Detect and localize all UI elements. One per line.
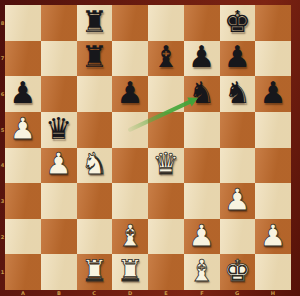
- rank-label-5: 5: [0, 127, 4, 133]
- square-f8[interactable]: [184, 5, 220, 41]
- square-e2[interactable]: [148, 219, 184, 255]
- square-b6[interactable]: [41, 76, 77, 112]
- square-b5[interactable]: ♛: [41, 112, 77, 148]
- rank-label-6: 6: [0, 91, 4, 97]
- file-label-g: G: [235, 290, 239, 295]
- square-d8[interactable]: [112, 5, 148, 41]
- black-rook-c7[interactable]: ♜: [81, 42, 108, 72]
- square-f2[interactable]: ♟: [184, 219, 220, 255]
- rank-label-2: 2: [0, 234, 4, 240]
- file-label-c: C: [93, 290, 97, 295]
- square-d6[interactable]: ♟: [112, 76, 148, 112]
- square-e7[interactable]: ♝: [148, 41, 184, 77]
- square-f4[interactable]: [184, 148, 220, 184]
- black-king-g8[interactable]: ♚: [224, 7, 251, 37]
- file-labels: ABCDEFGH: [5, 290, 291, 296]
- square-e6[interactable]: [148, 76, 184, 112]
- white-rook-c1[interactable]: ♜: [81, 256, 108, 286]
- square-c5[interactable]: [77, 112, 113, 148]
- square-c4[interactable]: ♞: [77, 148, 113, 184]
- square-d2[interactable]: ♝: [112, 219, 148, 255]
- black-knight-g6[interactable]: ♞: [224, 78, 251, 108]
- square-h3[interactable]: [255, 183, 291, 219]
- square-h4[interactable]: [255, 148, 291, 184]
- square-e5[interactable]: [148, 112, 184, 148]
- square-e1[interactable]: [148, 254, 184, 290]
- rank-label-3: 3: [0, 198, 4, 204]
- square-g1[interactable]: ♚: [220, 254, 256, 290]
- rank-label-7: 7: [0, 55, 4, 61]
- rank-label-8: 8: [0, 20, 4, 26]
- square-g7[interactable]: ♟: [220, 41, 256, 77]
- white-bishop-f1[interactable]: ♝: [188, 256, 215, 286]
- rank-label-1: 1: [0, 269, 4, 275]
- square-h2[interactable]: ♟: [255, 219, 291, 255]
- square-g2[interactable]: [220, 219, 256, 255]
- black-bishop-e7[interactable]: ♝: [152, 42, 179, 72]
- square-c1[interactable]: ♜: [77, 254, 113, 290]
- square-a6[interactable]: ♟: [5, 76, 41, 112]
- white-pawn-g3[interactable]: ♟: [224, 185, 251, 215]
- square-a3[interactable]: [5, 183, 41, 219]
- black-queen-b5[interactable]: ♛: [45, 114, 72, 144]
- square-d7[interactable]: [112, 41, 148, 77]
- square-a2[interactable]: [5, 219, 41, 255]
- square-a4[interactable]: [5, 148, 41, 184]
- white-knight-c4[interactable]: ♞: [81, 149, 108, 179]
- file-label-d: D: [128, 290, 132, 295]
- white-pawn-h2[interactable]: ♟: [260, 221, 287, 251]
- square-d1[interactable]: ♜: [112, 254, 148, 290]
- white-rook-d1[interactable]: ♜: [117, 256, 144, 286]
- square-d3[interactable]: [112, 183, 148, 219]
- square-h1[interactable]: [255, 254, 291, 290]
- white-pawn-b4[interactable]: ♟: [45, 149, 72, 179]
- square-e4[interactable]: ♛: [148, 148, 184, 184]
- square-g4[interactable]: [220, 148, 256, 184]
- black-pawn-a6[interactable]: ♟: [9, 78, 36, 108]
- square-d5[interactable]: [112, 112, 148, 148]
- rank-label-4: 4: [0, 162, 4, 168]
- white-queen-e4[interactable]: ♛: [152, 149, 179, 179]
- square-a7[interactable]: [5, 41, 41, 77]
- square-g5[interactable]: [220, 112, 256, 148]
- square-c3[interactable]: [77, 183, 113, 219]
- square-h5[interactable]: [255, 112, 291, 148]
- square-a5[interactable]: ♟: [5, 112, 41, 148]
- file-label-f: F: [200, 290, 203, 295]
- black-pawn-d6[interactable]: ♟: [117, 78, 144, 108]
- square-c8[interactable]: ♜: [77, 5, 113, 41]
- square-b7[interactable]: [41, 41, 77, 77]
- board-grid[interactable]: ♜♚♜♝♟♟♟♟♞♞♟♟♛♟♞♛♟♝♟♟♜♜♝♚: [5, 5, 291, 290]
- white-pawn-a5[interactable]: ♟: [9, 114, 36, 144]
- square-h8[interactable]: [255, 5, 291, 41]
- square-h6[interactable]: ♟: [255, 76, 291, 112]
- white-king-g1[interactable]: ♚: [224, 256, 251, 286]
- file-label-a: A: [21, 290, 25, 295]
- white-pawn-f2[interactable]: ♟: [188, 221, 215, 251]
- square-a1[interactable]: [5, 254, 41, 290]
- file-label-b: B: [57, 290, 61, 295]
- square-c7[interactable]: ♜: [77, 41, 113, 77]
- square-f1[interactable]: ♝: [184, 254, 220, 290]
- chessboard: 87654321 ABCDEFGH ♜♚♜♝♟♟♟♟♞♞♟♟♛♟♞♛♟♝♟♟♜♜…: [0, 0, 300, 296]
- black-pawn-g7[interactable]: ♟: [224, 42, 251, 72]
- square-e3[interactable]: [148, 183, 184, 219]
- black-pawn-h6[interactable]: ♟: [260, 78, 287, 108]
- black-pawn-f7[interactable]: ♟: [188, 42, 215, 72]
- black-rook-c8[interactable]: ♜: [81, 7, 108, 37]
- square-e8[interactable]: [148, 5, 184, 41]
- file-label-h: H: [271, 290, 275, 295]
- square-h7[interactable]: [255, 41, 291, 77]
- square-b2[interactable]: [41, 219, 77, 255]
- square-f3[interactable]: [184, 183, 220, 219]
- square-b8[interactable]: [41, 5, 77, 41]
- square-a8[interactable]: [5, 5, 41, 41]
- square-b3[interactable]: [41, 183, 77, 219]
- square-c6[interactable]: [77, 76, 113, 112]
- square-d4[interactable]: [112, 148, 148, 184]
- square-g8[interactable]: ♚: [220, 5, 256, 41]
- file-label-e: E: [164, 290, 167, 295]
- square-f7[interactable]: ♟: [184, 41, 220, 77]
- black-knight-f6[interactable]: ♞: [188, 78, 215, 108]
- square-b4[interactable]: ♟: [41, 148, 77, 184]
- square-f6[interactable]: ♞: [184, 76, 220, 112]
- white-bishop-d2[interactable]: ♝: [117, 221, 144, 251]
- square-b1[interactable]: [41, 254, 77, 290]
- square-g3[interactable]: ♟: [220, 183, 256, 219]
- square-g6[interactable]: ♞: [220, 76, 256, 112]
- square-c2[interactable]: [77, 219, 113, 255]
- square-f5[interactable]: [184, 112, 220, 148]
